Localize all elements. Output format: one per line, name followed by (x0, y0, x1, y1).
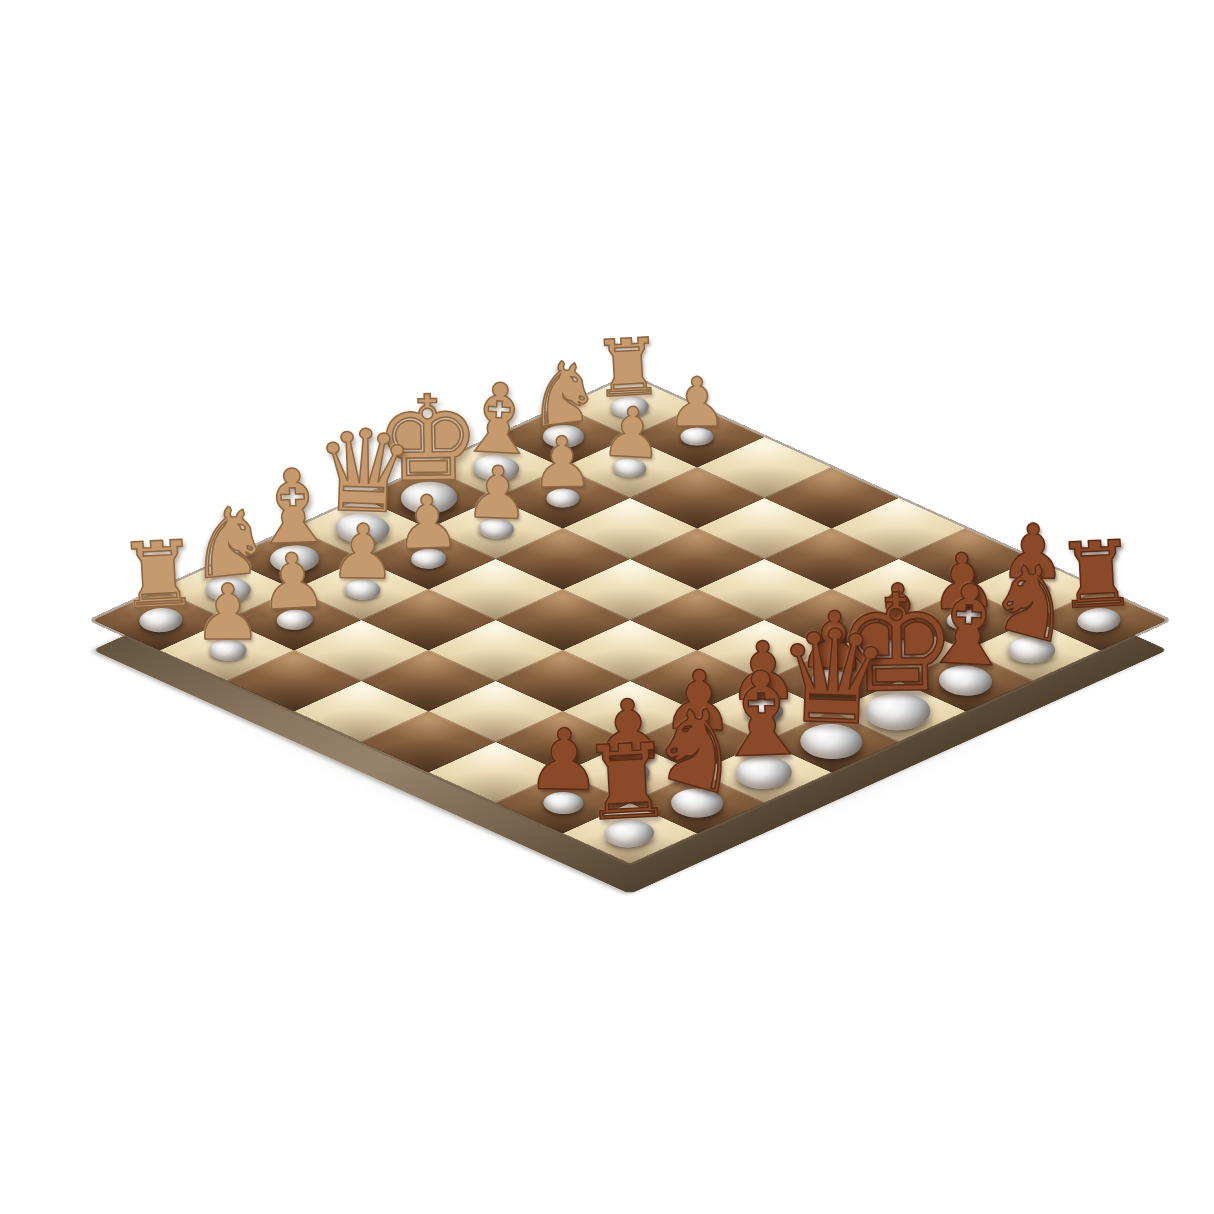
pawn-glyph: ♟ (464, 457, 531, 528)
pawn-glyph: ♟ (328, 516, 396, 588)
piece-white-pawn-h2[interactable]: ♟ (667, 371, 728, 446)
piece-white-pawn-d2[interactable]: ♟ (394, 487, 462, 570)
pawn-glyph: ♟ (394, 487, 462, 559)
pieces-layer: ♜♟♟♜♞♟♟♞♝♟♟♝♚♟♟♚♛♟♟♛♝♟♟♝♞♟♟♞♜♟♟♜ (0, 0, 1214, 1214)
piece-black-rook-a8[interactable]: ♜ (579, 732, 676, 850)
piece-white-pawn-a2[interactable]: ♟ (193, 575, 262, 660)
rook-glyph: ♜ (579, 732, 675, 834)
piece-white-pawn-g2[interactable]: ♟ (599, 399, 665, 479)
pawn-glyph: ♟ (599, 399, 664, 468)
piece-white-pawn-c2[interactable]: ♟ (328, 516, 397, 600)
piece-white-pawn-b2[interactable]: ♟ (257, 544, 329, 632)
piece-white-pawn-f2[interactable]: ♟ (530, 429, 594, 508)
wobble-chess-set-photo: ♜♟♟♜♞♟♟♞♝♟♟♝♚♟♟♚♛♟♟♛♝♟♟♝♞♟♟♞♜♟♟♜ (0, 0, 1214, 1214)
pawn-glyph: ♟ (667, 371, 728, 436)
pawn-glyph: ♟ (257, 544, 329, 620)
rook-glyph: ♜ (116, 530, 201, 620)
pawn-glyph: ♟ (193, 575, 262, 648)
piece-white-rook-a1[interactable]: ♜ (116, 530, 202, 634)
pawn-glyph: ♟ (530, 429, 594, 497)
piece-white-pawn-e2[interactable]: ♟ (464, 457, 531, 539)
